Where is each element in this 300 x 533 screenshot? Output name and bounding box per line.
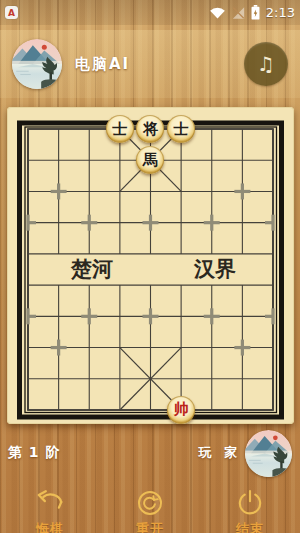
app-screen: A 2:13 电脑AI ♫ 楚河 汉界 士将士馬帅 <box>0 0 300 533</box>
info-row: 第 1 阶 玩 家 <box>0 428 300 478</box>
piece-士[interactable]: 士 <box>106 115 134 143</box>
undo-button[interactable]: 悔棋 <box>0 483 100 533</box>
piece-帅[interactable]: 帅 <box>167 396 195 424</box>
player-label: 玩 家 <box>198 444 241 462</box>
notification-app-icon: A <box>5 6 18 19</box>
action-bar: 悔棋 重开 结束 <box>0 483 300 533</box>
undo-label: 悔棋 <box>36 520 64 533</box>
restart-label: 重开 <box>136 520 164 533</box>
undo-icon <box>34 488 66 518</box>
power-icon <box>235 488 265 518</box>
piece-馬[interactable]: 馬 <box>136 146 164 174</box>
player-avatar <box>245 430 292 477</box>
opponent-avatar <box>12 39 62 89</box>
music-toggle-button[interactable]: ♫ <box>244 42 288 86</box>
music-note-icon: ♫ <box>257 52 275 76</box>
player-group: 玩 家 <box>198 430 292 477</box>
opponent-name: 电脑AI <box>75 55 130 74</box>
battery-charging-icon <box>251 5 260 20</box>
status-bar: A 2:13 <box>0 0 300 25</box>
piece-将[interactable]: 将 <box>136 115 164 143</box>
piece-layer: 士将士馬帅 <box>13 113 289 425</box>
restart-icon <box>135 488 165 518</box>
restart-button[interactable]: 重开 <box>100 483 200 533</box>
opponent-header: 电脑AI ♫ <box>0 30 300 98</box>
end-label: 结束 <box>236 520 264 533</box>
piece-士[interactable]: 士 <box>167 115 195 143</box>
no-signal-icon <box>231 6 246 20</box>
stage-label: 第 1 阶 <box>8 444 61 462</box>
xiangqi-board[interactable]: 楚河 汉界 士将士馬帅 <box>7 107 294 424</box>
wifi-icon <box>209 6 226 20</box>
end-button[interactable]: 结束 <box>200 483 300 533</box>
clock-time: 2:13 <box>266 5 295 20</box>
